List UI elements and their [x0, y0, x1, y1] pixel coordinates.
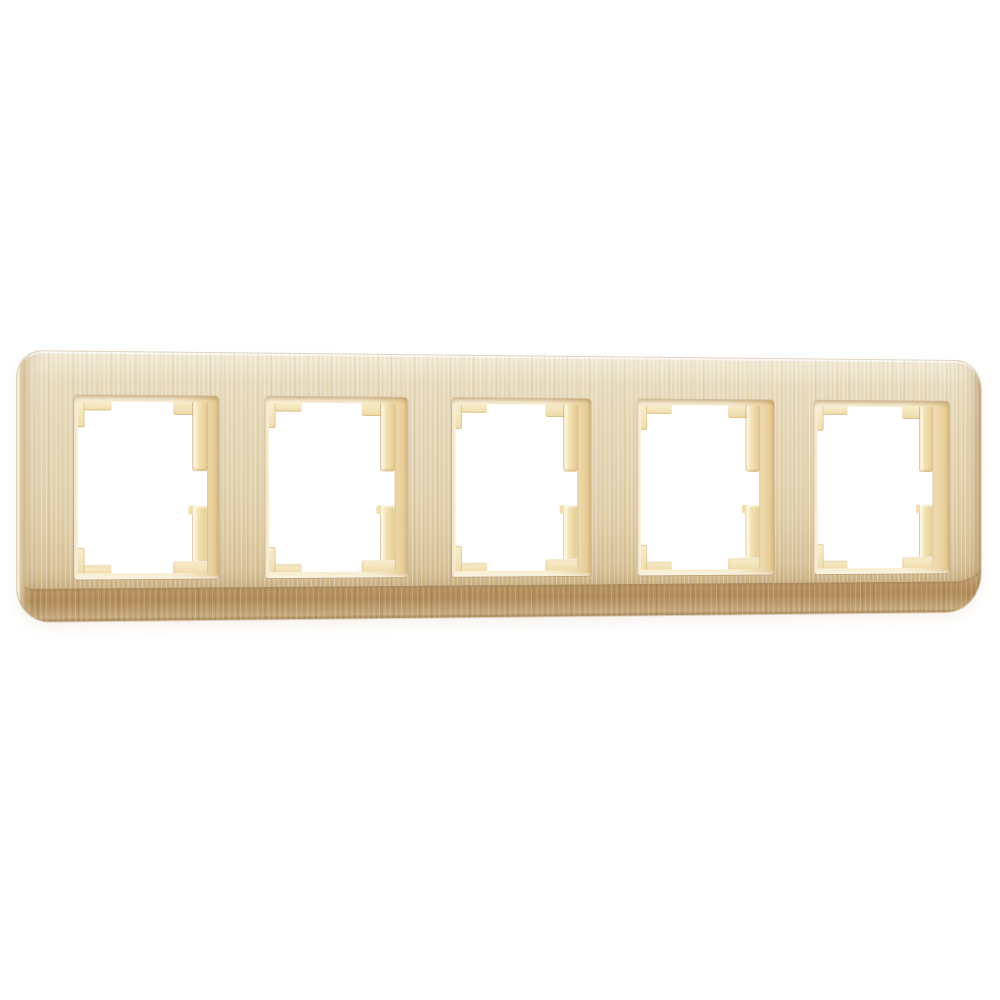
mounting-tab [193, 402, 207, 471]
mounting-tab [728, 558, 759, 570]
aperture-opening [641, 405, 759, 570]
mounting-tab [460, 562, 487, 571]
aperture-opening [269, 403, 395, 573]
mounting-tab [83, 401, 112, 410]
mounting-tab [460, 404, 487, 413]
product-photo [0, 0, 1000, 1000]
mounting-tab [746, 505, 759, 560]
mounting-tab [456, 546, 462, 571]
mounting-tab [269, 547, 276, 573]
frame-left-side-edge [17, 351, 31, 622]
mounting-tab [818, 544, 824, 568]
mounting-tab [902, 557, 932, 568]
mounting-tab [381, 505, 395, 561]
mounting-tab [362, 560, 395, 572]
aperture-window-2 [265, 397, 407, 578]
mounting-tab [269, 403, 276, 429]
mounting-tab [920, 407, 933, 472]
mounting-tab [920, 505, 933, 559]
mounting-tab [746, 406, 759, 472]
mounting-tab [274, 403, 302, 412]
mounting-tab [381, 403, 395, 471]
mounting-tab [641, 405, 647, 430]
mounting-tab [818, 406, 824, 430]
mounting-tab [78, 548, 85, 574]
mounting-tab [641, 545, 647, 570]
aperture-window-3 [452, 398, 591, 577]
aperture-window-4 [638, 399, 774, 575]
aperture-window-1 [74, 395, 219, 579]
mounting-tab [564, 505, 577, 561]
mounting-tab [564, 405, 577, 472]
aperture-opening [456, 404, 578, 571]
mounting-tab [645, 405, 671, 414]
mounting-tab [274, 563, 302, 572]
mounting-tab [645, 561, 671, 570]
mounting-tab [193, 506, 207, 563]
mounting-tab [78, 401, 85, 427]
frame-right-side-edge [971, 361, 981, 612]
mounting-tab [456, 404, 462, 429]
aperture-opening [818, 406, 933, 568]
mounting-tab [83, 564, 112, 573]
aperture-opening [78, 401, 207, 573]
mounting-tab [822, 406, 848, 415]
mounting-tab [545, 559, 577, 571]
mounting-tab [173, 561, 207, 573]
switch-frame-plate [17, 351, 981, 622]
aperture-window-5 [814, 401, 949, 575]
mounting-tab [822, 560, 848, 569]
aperture-row [17, 351, 981, 622]
